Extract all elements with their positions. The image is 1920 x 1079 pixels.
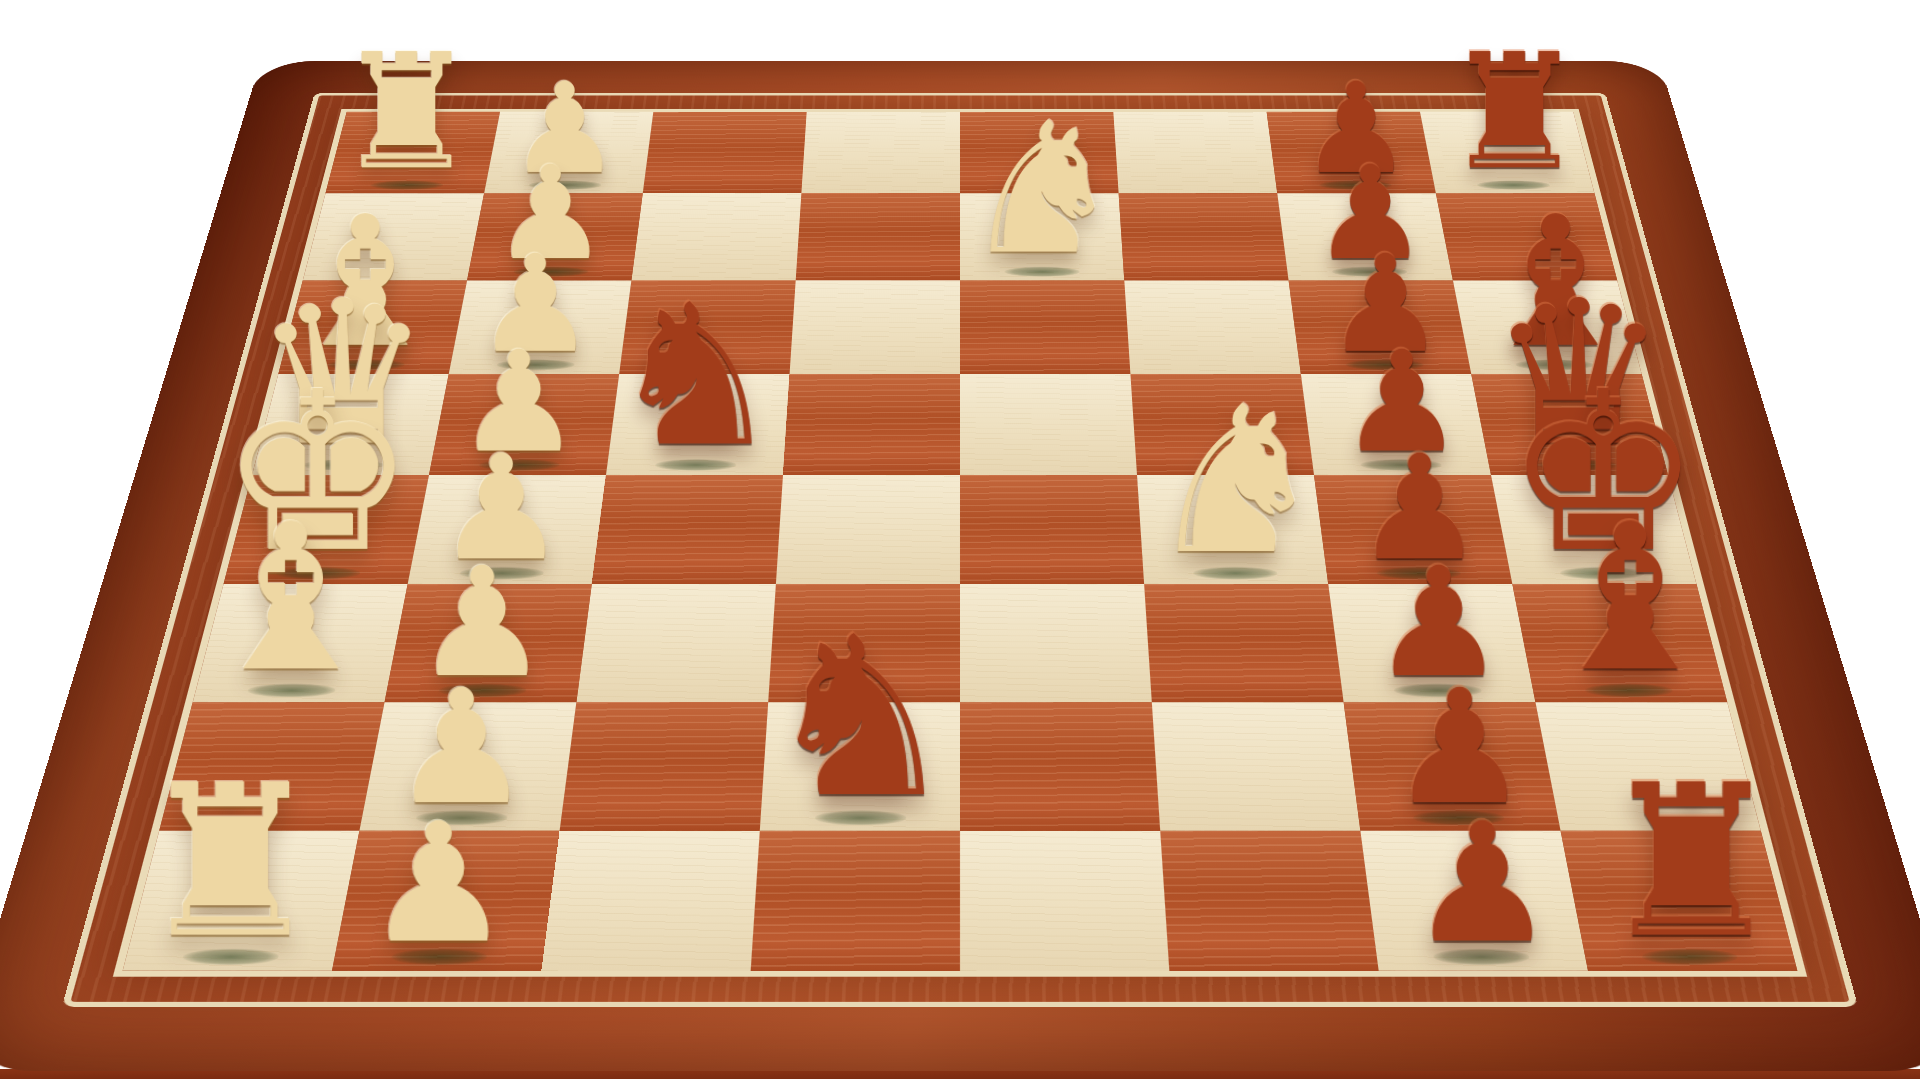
photo-background: ♜♟♟♜♟♞♟♝♟♟♝♛♟♞♟♛♚♟♞♟♚♝♟♟♝♟♞♟♜♟♟♜ [0,0,1920,1079]
square-e3[interactable] [592,475,783,584]
white-knight-e6[interactable]: ♞ [1144,384,1326,577]
red-rook-h8[interactable]: ♜ [1597,762,1785,961]
square-d5[interactable] [960,374,1137,475]
red-pawn-h7[interactable]: ♟ [1408,805,1556,962]
square-f8[interactable]: ♝ [1512,584,1727,702]
square-d4[interactable] [783,374,960,475]
square-e5[interactable] [960,475,1144,584]
square-h5[interactable] [960,830,1169,970]
square-a4[interactable] [801,112,960,193]
square-h2[interactable]: ♟ [332,830,560,970]
red-bishop-f8[interactable]: ♝ [1539,501,1721,694]
square-b5[interactable]: ♞ [960,193,1124,280]
square-b6[interactable] [1119,193,1289,280]
chess-board: ♜♟♟♜♟♞♟♝♟♟♝♛♟♞♟♛♚♟♞♟♚♝♟♟♝♟♞♟♜♟♟♜ [0,61,1920,1071]
square-d3[interactable]: ♞ [606,374,790,475]
square-g5[interactable] [960,702,1160,830]
square-f6[interactable] [1144,584,1344,702]
scene: { "game": "chess", "position": { "fen": … [0,0,1920,1079]
board-front-edge [0,1069,1920,1079]
square-c5[interactable] [960,280,1130,374]
square-h1[interactable]: ♜ [123,830,360,970]
square-f3[interactable] [576,584,776,702]
square-a3[interactable] [643,112,807,193]
white-rook-a1[interactable]: ♜ [335,37,478,188]
square-h6[interactable] [1160,830,1378,970]
board-grid: ♜♟♟♜♟♞♟♝♟♟♝♛♟♞♟♛♚♟♞♟♚♝♟♟♝♟♞♟♜♟♟♜ [113,108,1807,976]
square-c4[interactable] [790,280,960,374]
square-h8[interactable]: ♜ [1561,830,1798,970]
white-pawn-h2[interactable]: ♟ [364,805,512,962]
square-f5[interactable] [960,584,1152,702]
board-frame-border: ♜♟♟♜♟♞♟♝♟♟♝♛♟♞♟♛♚♟♞♟♚♝♟♟♝♟♞♟♜♟♟♜ [62,93,1858,1007]
white-rook-h1[interactable]: ♜ [135,762,323,961]
square-f1[interactable]: ♝ [193,584,408,702]
square-h4[interactable] [751,830,960,970]
red-knight-d3[interactable]: ♞ [607,283,782,469]
red-rook-a8[interactable]: ♜ [1443,37,1586,188]
white-bishop-f1[interactable]: ♝ [199,501,381,694]
square-e6[interactable]: ♞ [1137,475,1328,584]
square-g6[interactable] [1152,702,1361,830]
square-g4[interactable]: ♞ [760,702,960,830]
white-knight-b5[interactable]: ♞ [961,102,1124,274]
square-b4[interactable] [796,193,960,280]
square-a6[interactable] [1113,112,1277,193]
red-knight-g4[interactable]: ♞ [761,612,959,822]
square-e4[interactable] [776,475,960,584]
square-c6[interactable] [1124,280,1301,374]
square-h3[interactable] [541,830,759,970]
square-h7[interactable]: ♟ [1360,830,1588,970]
square-g3[interactable] [560,702,769,830]
